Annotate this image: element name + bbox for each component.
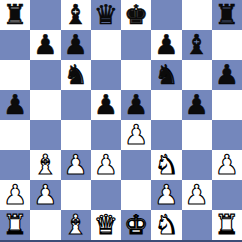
square-h6[interactable]: ♟ [212, 60, 242, 90]
square-d3[interactable]: ♟ [91, 150, 121, 180]
square-a6[interactable] [0, 60, 30, 90]
square-d4[interactable] [91, 120, 121, 150]
square-e2[interactable] [121, 180, 151, 210]
chess-board: ♜♝♛♚♜♟♟♟♝♞♞♟♟♟♟♟♟♝♟♟♞♟♟♟♟♟♜♝♛♚♞♜ [0, 0, 242, 242]
square-b8[interactable] [30, 0, 60, 30]
square-e8[interactable]: ♚ [121, 0, 151, 30]
black-rook[interactable]: ♜ [3, 1, 27, 28]
square-f3[interactable]: ♞ [151, 150, 181, 180]
white-pawn[interactable]: ♟ [185, 181, 209, 208]
black-pawn[interactable]: ♟ [185, 91, 209, 118]
square-h1[interactable]: ♜ [212, 210, 242, 240]
white-pawn[interactable]: ♟ [154, 181, 178, 208]
black-pawn[interactable]: ♟ [94, 91, 118, 118]
square-e7[interactable] [121, 30, 151, 60]
square-b1[interactable] [30, 210, 60, 240]
square-g2[interactable]: ♟ [182, 180, 212, 210]
black-knight[interactable]: ♞ [64, 61, 88, 88]
square-b5[interactable] [30, 90, 60, 120]
white-pawn[interactable]: ♟ [33, 181, 57, 208]
square-c4[interactable] [61, 120, 91, 150]
white-queen[interactable]: ♛ [94, 211, 118, 238]
square-g3[interactable] [182, 150, 212, 180]
white-pawn[interactable]: ♟ [215, 151, 239, 178]
black-pawn[interactable]: ♟ [215, 61, 239, 88]
square-a8[interactable]: ♜ [0, 0, 30, 30]
black-queen[interactable]: ♛ [94, 1, 118, 28]
white-knight[interactable]: ♞ [154, 211, 178, 238]
square-a4[interactable] [0, 120, 30, 150]
black-pawn[interactable]: ♟ [33, 31, 57, 58]
white-king[interactable]: ♚ [124, 211, 148, 238]
square-c6[interactable]: ♞ [61, 60, 91, 90]
white-knight[interactable]: ♞ [154, 151, 178, 178]
black-bishop[interactable]: ♝ [185, 31, 209, 58]
square-d2[interactable] [91, 180, 121, 210]
square-f5[interactable] [151, 90, 181, 120]
square-h7[interactable] [212, 30, 242, 60]
black-rook[interactable]: ♜ [215, 1, 239, 28]
white-pawn[interactable]: ♟ [64, 151, 88, 178]
black-knight[interactable]: ♞ [154, 61, 178, 88]
square-g8[interactable] [182, 0, 212, 30]
square-b4[interactable] [30, 120, 60, 150]
square-c2[interactable] [61, 180, 91, 210]
square-f4[interactable] [151, 120, 181, 150]
white-pawn[interactable]: ♟ [94, 151, 118, 178]
black-king[interactable]: ♚ [124, 1, 148, 28]
square-f6[interactable]: ♞ [151, 60, 181, 90]
square-a3[interactable] [0, 150, 30, 180]
square-c3[interactable]: ♟ [61, 150, 91, 180]
square-f1[interactable]: ♞ [151, 210, 181, 240]
white-pawn[interactable]: ♟ [124, 121, 148, 148]
square-d1[interactable]: ♛ [91, 210, 121, 240]
square-f8[interactable] [151, 0, 181, 30]
square-f2[interactable]: ♟ [151, 180, 181, 210]
square-h8[interactable]: ♜ [212, 0, 242, 30]
black-pawn[interactable]: ♟ [154, 31, 178, 58]
square-b7[interactable]: ♟ [30, 30, 60, 60]
square-c1[interactable]: ♝ [61, 210, 91, 240]
square-g5[interactable]: ♟ [182, 90, 212, 120]
square-h3[interactable]: ♟ [212, 150, 242, 180]
black-pawn[interactable]: ♟ [64, 31, 88, 58]
white-bishop[interactable]: ♝ [64, 211, 88, 238]
square-b3[interactable]: ♝ [30, 150, 60, 180]
square-d8[interactable]: ♛ [91, 0, 121, 30]
square-b6[interactable] [30, 60, 60, 90]
square-d5[interactable]: ♟ [91, 90, 121, 120]
square-a5[interactable]: ♟ [0, 90, 30, 120]
square-d6[interactable] [91, 60, 121, 90]
square-g6[interactable] [182, 60, 212, 90]
square-a2[interactable]: ♟ [0, 180, 30, 210]
square-h2[interactable] [212, 180, 242, 210]
square-e1[interactable]: ♚ [121, 210, 151, 240]
square-f7[interactable]: ♟ [151, 30, 181, 60]
white-rook[interactable]: ♜ [215, 211, 239, 238]
square-a1[interactable]: ♜ [0, 210, 30, 240]
square-e3[interactable] [121, 150, 151, 180]
square-c5[interactable] [61, 90, 91, 120]
square-e6[interactable] [121, 60, 151, 90]
black-bishop[interactable]: ♝ [64, 1, 88, 28]
square-d7[interactable] [91, 30, 121, 60]
square-h4[interactable] [212, 120, 242, 150]
square-e4[interactable]: ♟ [121, 120, 151, 150]
square-e5[interactable]: ♟ [121, 90, 151, 120]
black-pawn[interactable]: ♟ [3, 91, 27, 118]
square-c7[interactable]: ♟ [61, 30, 91, 60]
square-g4[interactable] [182, 120, 212, 150]
square-g1[interactable] [182, 210, 212, 240]
square-g7[interactable]: ♝ [182, 30, 212, 60]
black-pawn[interactable]: ♟ [124, 91, 148, 118]
square-c8[interactable]: ♝ [61, 0, 91, 30]
white-bishop[interactable]: ♝ [33, 151, 57, 178]
square-b2[interactable]: ♟ [30, 180, 60, 210]
square-h5[interactable] [212, 90, 242, 120]
white-rook[interactable]: ♜ [3, 211, 27, 238]
white-pawn[interactable]: ♟ [3, 181, 27, 208]
square-a7[interactable] [0, 30, 30, 60]
